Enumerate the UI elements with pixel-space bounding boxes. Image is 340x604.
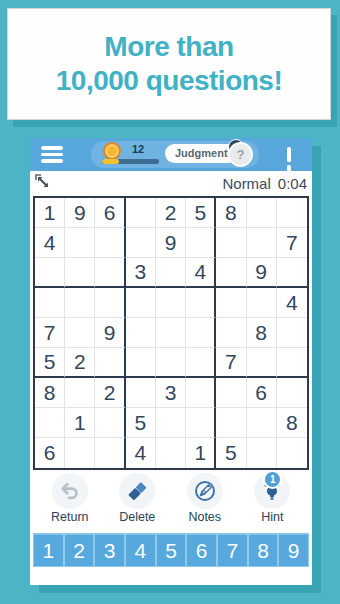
numpad-5[interactable]: 5 <box>157 534 186 566</box>
sudoku-cell-r1c3[interactable]: 6 <box>95 198 125 228</box>
promo-banner: More than 10,000 questions! <box>7 8 331 120</box>
sudoku-cell-r2c1[interactable]: 4 <box>35 228 65 258</box>
return-label: Return <box>39 510 101 524</box>
hamburger-icon <box>41 146 63 150</box>
sudoku-cell-r5c6[interactable] <box>186 318 216 348</box>
help-button[interactable]: ? <box>228 142 253 167</box>
sudoku-cell-r8c5[interactable] <box>156 408 186 438</box>
sudoku-cell-r4c8[interactable] <box>247 288 277 318</box>
sudoku-cell-r9c4[interactable]: 4 <box>126 438 156 468</box>
return-circle <box>52 473 88 509</box>
game-panel: 12 Judgment 9 ? Normal0:04 1962584973494… <box>30 138 312 585</box>
sudoku-cell-r6c9[interactable] <box>277 348 307 378</box>
hint-circle: 1 <box>254 473 290 509</box>
sudoku-cell-r3c5[interactable] <box>156 258 186 288</box>
sudoku-cell-r5c1[interactable]: 7 <box>35 318 65 348</box>
banner-line-1: More than <box>104 30 233 64</box>
sudoku-cell-r9c3[interactable] <box>95 438 125 468</box>
sudoku-cell-r8c8[interactable] <box>247 408 277 438</box>
sudoku-cell-r1c8[interactable] <box>247 198 277 228</box>
sudoku-cell-r3c8[interactable]: 9 <box>247 258 277 288</box>
sudoku-cell-r5c8[interactable]: 8 <box>247 318 277 348</box>
sudoku-cell-r5c4[interactable] <box>126 318 156 348</box>
numpad-6[interactable]: 6 <box>187 534 216 566</box>
sudoku-cell-r8c1[interactable] <box>35 408 65 438</box>
sudoku-cell-r9c6[interactable]: 1 <box>186 438 216 468</box>
delete-label: Delete <box>106 510 168 524</box>
numpad-4[interactable]: 4 <box>126 534 155 566</box>
sudoku-cell-r7c5[interactable]: 3 <box>156 378 186 408</box>
timer: 0:04 <box>278 175 307 192</box>
sudoku-cell-r5c7[interactable] <box>216 318 246 348</box>
numpad-8[interactable]: 8 <box>249 534 278 566</box>
undo-arrow-icon <box>59 480 81 502</box>
difficulty-label: Normal <box>222 175 270 192</box>
pause-button[interactable] <box>287 147 300 162</box>
top-bar: 12 Judgment 9 ? <box>30 138 312 171</box>
sudoku-cell-r1c9[interactable] <box>277 198 307 228</box>
sudoku-cell-r1c6[interactable]: 5 <box>186 198 216 228</box>
sudoku-cell-r4c4[interactable] <box>126 288 156 318</box>
return-button[interactable]: Return <box>39 472 101 530</box>
sudoku-cell-r4c1[interactable] <box>35 288 65 318</box>
sub-header: Normal0:04 <box>30 171 312 196</box>
delete-circle <box>119 473 155 509</box>
sudoku-cell-r8c3[interactable] <box>95 408 125 438</box>
sudoku-cell-r2c8[interactable] <box>247 228 277 258</box>
status-text: Normal0:04 <box>222 175 307 192</box>
coin-icon <box>103 142 121 160</box>
menu-button[interactable] <box>41 146 63 163</box>
sudoku-cell-r7c3[interactable]: 2 <box>95 378 125 408</box>
sudoku-cell-r7c6[interactable] <box>186 378 216 408</box>
sudoku-cell-r2c2[interactable] <box>65 228 95 258</box>
coin-progress-bar <box>102 159 159 164</box>
sudoku-cell-r6c5[interactable] <box>156 348 186 378</box>
sudoku-cell-r5c2[interactable] <box>65 318 95 348</box>
sudoku-cell-r5c3[interactable]: 9 <box>95 318 125 348</box>
sudoku-cell-r3c9[interactable] <box>277 258 307 288</box>
app-screen: More than 10,000 questions! 12 Judgment … <box>0 0 340 604</box>
sudoku-cell-r7c2[interactable] <box>65 378 95 408</box>
sudoku-cell-r6c8[interactable] <box>247 348 277 378</box>
sudoku-cell-r7c1[interactable]: 8 <box>35 378 65 408</box>
sudoku-cell-r8c6[interactable] <box>186 408 216 438</box>
notes-circle <box>187 473 223 509</box>
sudoku-cell-r4c3[interactable] <box>95 288 125 318</box>
numpad-2[interactable]: 2 <box>65 534 94 566</box>
sudoku-cell-r9c9[interactable] <box>277 438 307 468</box>
sudoku-cell-r3c2[interactable] <box>65 258 95 288</box>
sudoku-cell-r2c6[interactable] <box>186 228 216 258</box>
sudoku-cell-r5c9[interactable] <box>277 318 307 348</box>
sudoku-cell-r1c4[interactable] <box>126 198 156 228</box>
expand-icon[interactable] <box>34 173 53 192</box>
hint-button[interactable]: 1 Hint <box>241 472 303 530</box>
sudoku-cell-r2c9[interactable]: 7 <box>277 228 307 258</box>
sudoku-cell-r4c2[interactable] <box>65 288 95 318</box>
eraser-icon <box>125 479 149 503</box>
sudoku-cell-r4c5[interactable] <box>156 288 186 318</box>
banner-line-2: 10,000 questions! <box>56 64 282 98</box>
notes-label: Notes <box>174 510 236 524</box>
sudoku-cell-r9c8[interactable] <box>247 438 277 468</box>
sudoku-cell-r2c3[interactable] <box>95 228 125 258</box>
sudoku-cell-r3c4[interactable]: 3 <box>126 258 156 288</box>
judgment-button[interactable]: Judgment 9 <box>165 144 238 163</box>
sudoku-cell-r3c1[interactable] <box>35 258 65 288</box>
sudoku-cell-r9c2[interactable] <box>65 438 95 468</box>
sudoku-cell-r6c3[interactable] <box>95 348 125 378</box>
sudoku-cell-r6c2[interactable]: 2 <box>65 348 95 378</box>
sudoku-cell-r3c7[interactable] <box>216 258 246 288</box>
sudoku-cell-r8c9[interactable]: 8 <box>277 408 307 438</box>
pencil-icon <box>193 479 217 503</box>
sudoku-cell-r7c8[interactable]: 6 <box>247 378 277 408</box>
sudoku-cell-r9c1[interactable]: 6 <box>35 438 65 468</box>
sudoku-cell-r3c6[interactable]: 4 <box>186 258 216 288</box>
hint-label: Hint <box>241 510 303 524</box>
sudoku-cell-r5c5[interactable] <box>156 318 186 348</box>
sudoku-cell-r1c1[interactable]: 1 <box>35 198 65 228</box>
delete-button[interactable]: Delete <box>106 472 168 530</box>
sudoku-cell-r7c7[interactable] <box>216 378 246 408</box>
sudoku-cell-r8c2[interactable]: 1 <box>65 408 95 438</box>
sudoku-cell-r4c6[interactable] <box>186 288 216 318</box>
numpad-9[interactable]: 9 <box>279 534 308 566</box>
sudoku-cell-r1c2[interactable]: 9 <box>65 198 95 228</box>
sudoku-cell-r6c1[interactable]: 5 <box>35 348 65 378</box>
sudoku-cell-r2c4[interactable] <box>126 228 156 258</box>
sudoku-cell-r4c9[interactable]: 4 <box>277 288 307 318</box>
toolbar: Return Delete <box>30 472 312 530</box>
notes-button[interactable]: Notes <box>174 472 236 530</box>
coin-count: 12 <box>132 143 144 155</box>
sudoku-cell-r9c5[interactable] <box>156 438 186 468</box>
sudoku-cell-r1c5[interactable]: 2 <box>156 198 186 228</box>
sudoku-cell-r9c7[interactable]: 5 <box>216 438 246 468</box>
sudoku-cell-r6c6[interactable] <box>186 348 216 378</box>
sudoku-cell-r4c7[interactable] <box>216 288 246 318</box>
sudoku-cell-r6c4[interactable] <box>126 348 156 378</box>
sudoku-cell-r1c7[interactable]: 8 <box>216 198 246 228</box>
sudoku-cell-r8c4[interactable]: 5 <box>126 408 156 438</box>
numpad-3[interactable]: 3 <box>95 534 124 566</box>
sudoku-cell-r3c3[interactable] <box>95 258 125 288</box>
judgment-label: Judgment <box>175 147 228 159</box>
sudoku-grid: 196258497349479852782361586415 <box>33 196 309 470</box>
numpad-1[interactable]: 1 <box>34 534 63 566</box>
number-pad: 123456789 <box>33 533 309 567</box>
sudoku-cell-r7c4[interactable] <box>126 378 156 408</box>
sudoku-cell-r7c9[interactable] <box>277 378 307 408</box>
sudoku-cell-r2c7[interactable] <box>216 228 246 258</box>
numpad-7[interactable]: 7 <box>218 534 247 566</box>
sudoku-cell-r6c7[interactable]: 7 <box>216 348 246 378</box>
sudoku-cell-r8c7[interactable] <box>216 408 246 438</box>
sudoku-cell-r2c5[interactable]: 9 <box>156 228 186 258</box>
